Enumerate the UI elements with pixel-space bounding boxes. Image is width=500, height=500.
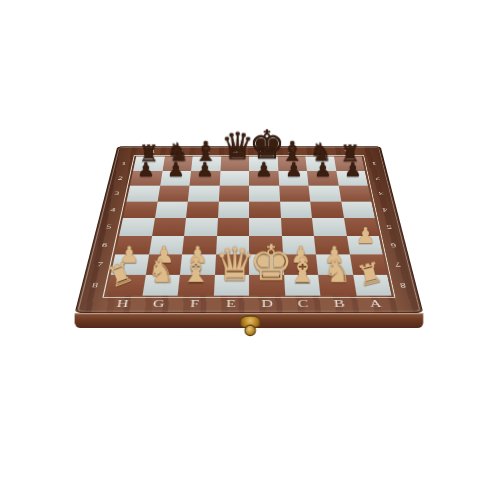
file-label-near-b: B — [321, 297, 359, 311]
square-g3[interactable] — [157, 186, 189, 202]
piece-light-knight-b8[interactable]: ♞ — [320, 255, 355, 289]
file-label-near-g: G — [139, 297, 177, 311]
chess-set-scene: HGFEDCBAHGFEDCBA1234567812345678♜♞♝♚♛♝♞♜… — [99, 68, 399, 368]
board-plane: HGFEDCBAHGFEDCBA1234567812345678♜♞♝♚♛♝♞♜… — [75, 146, 424, 313]
rank-label-right-2: 2 — [368, 171, 386, 186]
square-e2[interactable] — [219, 171, 249, 186]
piece-dark-queen-e1[interactable]: ♛ — [220, 127, 249, 166]
square-b5[interactable] — [312, 218, 346, 236]
square-h3[interactable] — [127, 186, 160, 202]
rank-label-right-1: 1 — [365, 157, 383, 171]
piece-dark-pawn-a2[interactable]: ♟ — [337, 159, 366, 181]
square-a3[interactable] — [338, 186, 371, 202]
square-f4[interactable] — [186, 201, 218, 218]
square-d3[interactable] — [249, 186, 280, 202]
square-h5[interactable] — [119, 218, 154, 236]
piece-dark-pawn-d2[interactable]: ♟ — [249, 159, 278, 181]
product-photo-stage: HGFEDCBAHGFEDCBA1234567812345678♜♞♝♚♛♝♞♜… — [0, 0, 500, 500]
rank-label-right-6: 6 — [383, 236, 404, 255]
box-front-side — [75, 313, 424, 328]
square-b4[interactable] — [310, 201, 343, 218]
square-f3[interactable] — [188, 186, 219, 202]
square-e5[interactable] — [217, 218, 249, 236]
brass-clasp-knob[interactable] — [244, 325, 256, 337]
square-e3[interactable] — [218, 186, 249, 202]
square-h4[interactable] — [123, 201, 157, 218]
piece-light-queen-e8[interactable]: ♛ — [214, 240, 249, 288]
square-c3[interactable] — [279, 186, 310, 202]
square-b3[interactable] — [309, 186, 341, 202]
square-c4[interactable] — [280, 201, 312, 218]
piece-dark-pawn-g2[interactable]: ♟ — [161, 159, 190, 181]
rank-label-left-1: 1 — [115, 157, 133, 171]
square-f5[interactable] — [184, 218, 217, 236]
square-e4[interactable] — [218, 201, 250, 218]
piece-light-pawn-a6[interactable]: ♟ — [348, 224, 381, 248]
file-label-near-f: F — [176, 297, 213, 311]
file-label-near-d: D — [249, 297, 286, 311]
piece-dark-pawn-h2[interactable]: ♟ — [131, 159, 160, 181]
rank-label-right-4: 4 — [375, 201, 395, 218]
piece-dark-pawn-f2[interactable]: ♟ — [190, 159, 219, 181]
piece-light-knight-g8[interactable]: ♞ — [143, 255, 178, 289]
square-a4[interactable] — [341, 201, 375, 218]
piece-light-bishop-f8[interactable]: ♝ — [178, 253, 213, 289]
rank-label-right-7: 7 — [387, 254, 409, 274]
file-label-near-h: H — [103, 297, 142, 311]
file-label-near-c: C — [285, 297, 322, 311]
square-d4[interactable] — [249, 201, 281, 218]
rank-label-right-3: 3 — [372, 186, 391, 202]
square-g4[interactable] — [155, 201, 188, 218]
file-label-near-e: E — [212, 297, 249, 311]
piece-dark-pawn-b2[interactable]: ♟ — [308, 159, 337, 181]
file-label-near-a: A — [356, 297, 395, 311]
piece-dark-pawn-c2[interactable]: ♟ — [278, 159, 307, 181]
square-g5[interactable] — [152, 218, 186, 236]
rank-label-right-8: 8 — [392, 274, 415, 295]
